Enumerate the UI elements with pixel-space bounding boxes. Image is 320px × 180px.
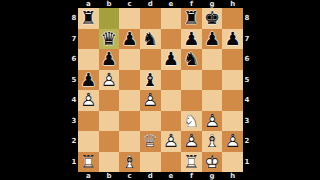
square-e2: ♟♙ bbox=[161, 131, 182, 152]
file-label-c: c bbox=[119, 172, 140, 180]
square-a7 bbox=[78, 29, 99, 50]
square-b8 bbox=[99, 8, 120, 29]
square-g7: ♟ bbox=[202, 29, 223, 50]
file-label-b: b bbox=[99, 0, 120, 8]
square-e8 bbox=[161, 8, 182, 29]
square-b2 bbox=[99, 131, 120, 152]
white-pawn: ♟♙ bbox=[222, 131, 243, 152]
chessboard: ♜♜♚♛♟♞♟♟♟♟♟♞♟♟♙♝♟♙♟♙♞♘♟♙♛♕♟♙♟♙♝♗♟♙♜♖♝♗♜♖… bbox=[78, 8, 243, 172]
square-a2 bbox=[78, 131, 99, 152]
rank-label-8: 8 bbox=[70, 8, 78, 29]
file-label-g: g bbox=[202, 172, 223, 180]
rank-label-8: 8 bbox=[243, 8, 251, 29]
square-d8 bbox=[140, 8, 161, 29]
square-d5: ♝ bbox=[140, 70, 161, 91]
white-king: ♚♔ bbox=[202, 152, 223, 173]
square-f6: ♞ bbox=[181, 49, 202, 70]
square-a6 bbox=[78, 49, 99, 70]
square-b4 bbox=[99, 90, 120, 111]
square-h2: ♟♙ bbox=[222, 131, 243, 152]
square-c4 bbox=[119, 90, 140, 111]
rank-labels-right: 87654321 bbox=[243, 8, 251, 172]
square-f4 bbox=[181, 90, 202, 111]
square-c8 bbox=[119, 8, 140, 29]
square-g4 bbox=[202, 90, 223, 111]
square-b3 bbox=[99, 111, 120, 132]
square-f8: ♜ bbox=[181, 8, 202, 29]
black-pawn: ♟ bbox=[222, 29, 243, 50]
white-rook: ♜♖ bbox=[78, 152, 99, 173]
rank-label-3: 3 bbox=[243, 111, 251, 132]
square-f2: ♟♙ bbox=[181, 131, 202, 152]
square-g2: ♝♗ bbox=[202, 131, 223, 152]
black-bishop: ♝ bbox=[140, 70, 161, 91]
white-knight: ♞♘ bbox=[181, 111, 202, 132]
rank-label-4: 4 bbox=[70, 90, 78, 111]
white-pawn: ♟♙ bbox=[181, 131, 202, 152]
square-e5 bbox=[161, 70, 182, 91]
file-label-b: b bbox=[99, 172, 120, 180]
white-pawn: ♟♙ bbox=[140, 90, 161, 111]
square-e4 bbox=[161, 90, 182, 111]
black-knight: ♞ bbox=[181, 49, 202, 70]
black-pawn: ♟ bbox=[202, 29, 223, 50]
square-g8: ♚ bbox=[202, 8, 223, 29]
square-f7: ♟ bbox=[181, 29, 202, 50]
white-rook: ♜♖ bbox=[181, 152, 202, 173]
square-g5 bbox=[202, 70, 223, 91]
black-king: ♚ bbox=[202, 8, 223, 29]
square-a5: ♟ bbox=[78, 70, 99, 91]
rank-label-7: 7 bbox=[243, 29, 251, 50]
file-label-h: h bbox=[222, 0, 243, 8]
file-label-e: e bbox=[161, 0, 182, 8]
file-labels-bottom: abcdefgh bbox=[78, 172, 243, 180]
square-f1: ♜♖ bbox=[181, 152, 202, 173]
white-pawn: ♟♙ bbox=[78, 90, 99, 111]
square-c1: ♝♗ bbox=[119, 152, 140, 173]
chess-diagram: abcdefgh 87654321 ♜♜♚♛♟♞♟♟♟♟♟♞♟♟♙♝♟♙♟♙♞♘… bbox=[0, 0, 320, 180]
square-g3: ♟♙ bbox=[202, 111, 223, 132]
file-label-d: d bbox=[140, 172, 161, 180]
rank-label-5: 5 bbox=[70, 70, 78, 91]
file-label-f: f bbox=[181, 172, 202, 180]
white-pawn: ♟♙ bbox=[99, 70, 120, 91]
white-pawn: ♟♙ bbox=[161, 131, 182, 152]
square-e7 bbox=[161, 29, 182, 50]
square-a1: ♜♖ bbox=[78, 152, 99, 173]
square-c7: ♟ bbox=[119, 29, 140, 50]
square-g1: ♚♔ bbox=[202, 152, 223, 173]
square-h4 bbox=[222, 90, 243, 111]
white-bishop: ♝♗ bbox=[202, 131, 223, 152]
file-label-d: d bbox=[140, 0, 161, 8]
rank-label-3: 3 bbox=[70, 111, 78, 132]
rank-label-2: 2 bbox=[70, 131, 78, 152]
white-bishop: ♝♗ bbox=[119, 152, 140, 173]
square-d1 bbox=[140, 152, 161, 173]
rank-label-5: 5 bbox=[243, 70, 251, 91]
square-c2 bbox=[119, 131, 140, 152]
black-knight: ♞ bbox=[140, 29, 161, 50]
black-rook: ♜ bbox=[78, 8, 99, 29]
rank-label-1: 1 bbox=[243, 152, 251, 173]
square-d7: ♞ bbox=[140, 29, 161, 50]
square-a3 bbox=[78, 111, 99, 132]
square-e1 bbox=[161, 152, 182, 173]
white-pawn: ♟♙ bbox=[202, 111, 223, 132]
black-queen: ♛ bbox=[99, 29, 120, 50]
square-b1 bbox=[99, 152, 120, 173]
rank-label-4: 4 bbox=[243, 90, 251, 111]
file-label-e: e bbox=[161, 172, 182, 180]
square-h7: ♟ bbox=[222, 29, 243, 50]
black-pawn: ♟ bbox=[119, 29, 140, 50]
file-label-a: a bbox=[78, 172, 99, 180]
square-h1 bbox=[222, 152, 243, 173]
square-h5 bbox=[222, 70, 243, 91]
file-label-h: h bbox=[222, 172, 243, 180]
square-b6: ♟ bbox=[99, 49, 120, 70]
square-d6 bbox=[140, 49, 161, 70]
square-d2: ♛♕ bbox=[140, 131, 161, 152]
black-pawn: ♟ bbox=[161, 49, 182, 70]
square-h6 bbox=[222, 49, 243, 70]
rank-label-6: 6 bbox=[243, 49, 251, 70]
black-pawn: ♟ bbox=[78, 70, 99, 91]
square-d4: ♟♙ bbox=[140, 90, 161, 111]
square-f5 bbox=[181, 70, 202, 91]
square-h3 bbox=[222, 111, 243, 132]
rank-label-1: 1 bbox=[70, 152, 78, 173]
white-queen: ♛♕ bbox=[140, 131, 161, 152]
square-e6: ♟ bbox=[161, 49, 182, 70]
square-f3: ♞♘ bbox=[181, 111, 202, 132]
square-d3 bbox=[140, 111, 161, 132]
black-rook: ♜ bbox=[181, 8, 202, 29]
square-c6 bbox=[119, 49, 140, 70]
rank-label-6: 6 bbox=[70, 49, 78, 70]
rank-labels-left: 87654321 bbox=[70, 8, 78, 172]
file-label-c: c bbox=[119, 0, 140, 8]
square-e3 bbox=[161, 111, 182, 132]
square-h8 bbox=[222, 8, 243, 29]
black-pawn: ♟ bbox=[181, 29, 202, 50]
square-b5: ♟♙ bbox=[99, 70, 120, 91]
rank-label-2: 2 bbox=[243, 131, 251, 152]
square-a4: ♟♙ bbox=[78, 90, 99, 111]
square-b7: ♛ bbox=[99, 29, 120, 50]
square-g6 bbox=[202, 49, 223, 70]
square-a8: ♜ bbox=[78, 8, 99, 29]
square-c3 bbox=[119, 111, 140, 132]
square-c5 bbox=[119, 70, 140, 91]
black-pawn: ♟ bbox=[99, 49, 120, 70]
rank-label-7: 7 bbox=[70, 29, 78, 50]
